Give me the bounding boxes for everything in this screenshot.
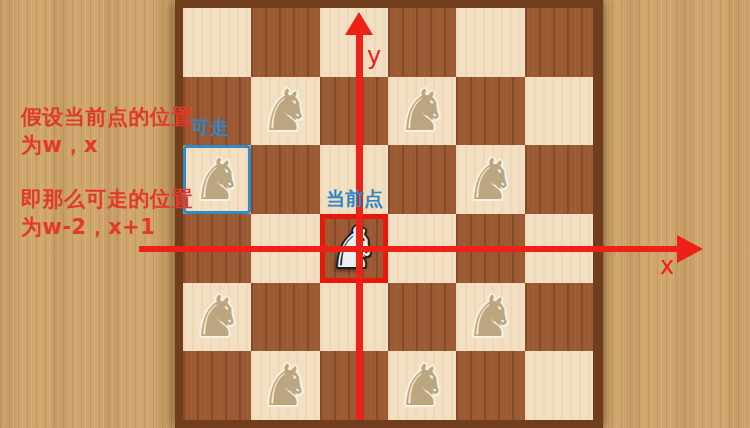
current-point-label: 当前点 xyxy=(326,186,383,212)
annotation-line-3: 即那么可走的位置 xyxy=(21,185,193,213)
knight-move-hint-piece: ♞ xyxy=(260,82,311,139)
cell-c6-r3 xyxy=(525,145,593,214)
chess-board: ♞♞♞♞♞♞♞♞♞ xyxy=(175,0,603,428)
cell-c6-r6 xyxy=(525,351,593,420)
annotation-line-4: 为w-2，x+1 xyxy=(21,213,193,241)
x-axis-label: x xyxy=(660,252,674,280)
cell-c1-r6 xyxy=(183,351,251,420)
cell-c3-r5 xyxy=(320,283,388,352)
x-axis-arrowhead-icon xyxy=(677,235,703,263)
knight-move-hint-piece: ♞ xyxy=(465,151,516,208)
knight-move-hint-piece: ♞ xyxy=(465,288,516,345)
annotation-line-2: 为w，x xyxy=(21,131,193,159)
cell-c5-r2 xyxy=(456,77,524,146)
cell-c2-r6: ♞ xyxy=(251,351,319,420)
cell-c4-r2: ♞ xyxy=(388,77,456,146)
cell-c3-r2 xyxy=(320,77,388,146)
cell-c5-r5: ♞ xyxy=(456,283,524,352)
knight-move-hint-piece: ♞ xyxy=(397,357,448,414)
cell-c2-r3 xyxy=(251,145,319,214)
movable-square-label: 可走 xyxy=(191,115,229,141)
cell-c6-r5 xyxy=(525,283,593,352)
cell-c4-r1 xyxy=(388,8,456,77)
cell-c1-r1 xyxy=(183,8,251,77)
cell-c5-r1 xyxy=(456,8,524,77)
cell-c2-r2: ♞ xyxy=(251,77,319,146)
annotation-line-1: 假设当前点的位置 xyxy=(21,103,193,131)
cell-c1-r5: ♞ xyxy=(183,283,251,352)
tutorial-frame: ♞♞♞♞♞♞♞♞♞ y x 假设当前点的位置 为w，x 即那么可走的位置 为w-… xyxy=(0,0,750,428)
y-axis-arrowhead-icon xyxy=(345,12,373,35)
y-axis-label: y xyxy=(367,42,381,70)
cell-c4-r5 xyxy=(388,283,456,352)
cell-c6-r1 xyxy=(525,8,593,77)
cell-c2-r5 xyxy=(251,283,319,352)
knight-move-hint-piece: ♞ xyxy=(260,357,311,414)
knight-move-hint-piece: ♞ xyxy=(397,82,448,139)
cell-c5-r6 xyxy=(456,351,524,420)
cell-c1-r3: ♞ xyxy=(183,145,251,214)
x-axis-line xyxy=(139,246,679,252)
cell-c4-r3 xyxy=(388,145,456,214)
knight-move-hint-piece: ♞ xyxy=(192,288,243,345)
annotation-move-position: 即那么可走的位置 为w-2，x+1 xyxy=(21,185,193,241)
y-axis-line xyxy=(356,30,363,420)
cell-c5-r3: ♞ xyxy=(456,145,524,214)
cell-c4-r6: ♞ xyxy=(388,351,456,420)
annotation-current-position: 假设当前点的位置 为w，x xyxy=(21,103,193,159)
cell-c6-r2 xyxy=(525,77,593,146)
knight-move-hint-piece: ♞ xyxy=(192,151,243,208)
cell-c2-r1 xyxy=(251,8,319,77)
cell-c3-r6 xyxy=(320,351,388,420)
